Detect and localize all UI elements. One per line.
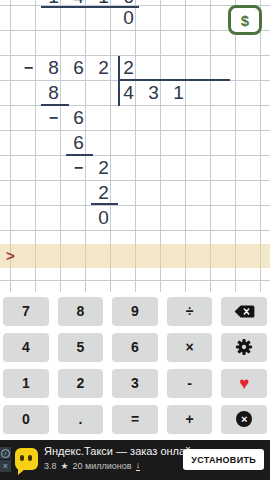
key-7[interactable]: 7 bbox=[3, 297, 49, 325]
backspace-icon bbox=[234, 304, 255, 319]
minus-sign-cell: − bbox=[16, 55, 41, 80]
key-heart[interactable]: ♥ bbox=[221, 369, 267, 397]
digit-cell: 2 bbox=[91, 55, 116, 80]
key-1[interactable]: 1 bbox=[3, 369, 49, 397]
digit-cell: 8 bbox=[41, 55, 66, 80]
app-screen: 14160−86228431−66−220 > $ 789÷456×123-♥0… bbox=[0, 0, 270, 480]
key-close-circle[interactable]: × bbox=[221, 405, 267, 433]
keypad-row: 0.=+× bbox=[0, 405, 270, 433]
info-glyph: i bbox=[1, 449, 10, 458]
yandex-taxi-app-icon[interactable] bbox=[15, 448, 38, 470]
digit-cell: 6 bbox=[66, 130, 91, 155]
adchoices-controls: i × bbox=[0, 447, 11, 472]
key-6[interactable]: 6 bbox=[112, 333, 158, 361]
key-+[interactable]: + bbox=[167, 405, 213, 433]
input-prompt-row[interactable]: > bbox=[0, 244, 270, 268]
ad-text-block[interactable]: Яндекс.Такси — заказ онлайн 3.8 ★ 20 мил… bbox=[44, 445, 194, 471]
key-8[interactable]: 8 bbox=[58, 297, 104, 325]
digit-cell: 0 bbox=[91, 205, 116, 230]
digit-cell: 2 bbox=[91, 155, 116, 180]
division-horizontal-bar bbox=[119, 79, 230, 81]
gear-icon bbox=[235, 338, 253, 356]
install-button[interactable]: УСТАНОВИТЬ bbox=[183, 449, 264, 470]
digit-cell: 1 bbox=[166, 80, 191, 105]
ad-subtitle: 3.8 ★ 20 миллионов ↓ bbox=[44, 461, 194, 471]
subtraction-line-1 bbox=[41, 104, 69, 106]
worksheet-paper[interactable]: 14160−86228431−66−220 > $ bbox=[0, 0, 270, 292]
digit-cell: 6 bbox=[66, 105, 91, 130]
icon-eye-right bbox=[28, 455, 32, 461]
keypad-row: 123-♥ bbox=[0, 369, 270, 397]
bubble-tail bbox=[18, 469, 25, 475]
download-icon: ↓ bbox=[136, 461, 141, 471]
ad-close-icon[interactable]: × bbox=[0, 460, 11, 472]
heart-icon: ♥ bbox=[239, 375, 249, 392]
ad-downloads: 20 миллионов bbox=[73, 461, 132, 471]
key-4[interactable]: 4 bbox=[3, 333, 49, 361]
keypad-row: 456× bbox=[0, 333, 270, 361]
key-5[interactable]: 5 bbox=[58, 333, 104, 361]
keypad-row: 789÷ bbox=[0, 297, 270, 325]
prev-result-underline bbox=[41, 6, 139, 8]
digit-cell: 3 bbox=[141, 80, 166, 105]
key-÷[interactable]: ÷ bbox=[167, 297, 213, 325]
key-gear[interactable] bbox=[221, 333, 267, 361]
digit-cell: 6 bbox=[66, 55, 91, 80]
prompt-caret: > bbox=[6, 244, 15, 268]
ad-title: Яндекс.Такси — заказ онлайн bbox=[44, 445, 194, 457]
close-circle-icon: × bbox=[236, 411, 252, 427]
star-icon: ★ bbox=[61, 461, 69, 471]
minus-sign-cell: − bbox=[41, 105, 66, 130]
digit-cell: 0 bbox=[116, 5, 141, 30]
ad-rating: 3.8 bbox=[44, 461, 57, 471]
digit-cell: 2 bbox=[91, 180, 116, 205]
subtraction-line-2 bbox=[66, 154, 93, 156]
key-=[interactable]: = bbox=[112, 405, 158, 433]
ad-banner[interactable]: i × Яндекс.Такси — заказ онлайн 3.8 ★ 20… bbox=[0, 440, 270, 480]
premium-dollar-icon[interactable]: $ bbox=[228, 5, 262, 35]
key-0[interactable]: 0 bbox=[3, 405, 49, 433]
dollar-glyph: $ bbox=[241, 12, 249, 29]
close-glyph: × bbox=[3, 462, 8, 471]
key-3[interactable]: 3 bbox=[112, 369, 158, 397]
key-9[interactable]: 9 bbox=[112, 297, 158, 325]
minus-sign-cell: − bbox=[66, 155, 91, 180]
key-.[interactable]: . bbox=[58, 405, 104, 433]
icon-eye-left bbox=[20, 455, 24, 461]
key-backspace[interactable] bbox=[221, 297, 267, 325]
digit-cell: 8 bbox=[41, 80, 66, 105]
key-×[interactable]: × bbox=[167, 333, 213, 361]
division-vertical-bar bbox=[118, 56, 120, 106]
ad-info-icon[interactable]: i bbox=[0, 447, 11, 459]
key-2[interactable]: 2 bbox=[58, 369, 104, 397]
subtraction-line-3 bbox=[91, 203, 118, 205]
calculator-keypad: 789÷456×123-♥0.=+× bbox=[0, 292, 270, 440]
key--[interactable]: - bbox=[167, 369, 213, 397]
